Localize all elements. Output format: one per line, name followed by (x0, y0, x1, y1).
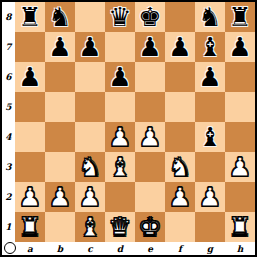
square-g7[interactable]: ♝ (195, 32, 225, 62)
square-d8[interactable]: ♛ (105, 2, 135, 32)
square-h7[interactable]: ♟ (225, 32, 255, 62)
square-e4[interactable]: ♟ (135, 122, 165, 152)
square-h3[interactable]: ♟ (225, 152, 255, 182)
piece-black-knight[interactable]: ♞ (198, 2, 221, 32)
square-a8[interactable]: ♜ (15, 2, 45, 32)
square-b3[interactable] (45, 152, 75, 182)
piece-white-rook[interactable]: ♜ (228, 212, 251, 242)
piece-white-king[interactable]: ♚ (138, 212, 161, 242)
piece-black-pawn[interactable]: ♟ (108, 62, 131, 92)
square-a4[interactable] (15, 122, 45, 152)
piece-black-knight[interactable]: ♞ (48, 2, 71, 32)
file-label-a: a (15, 242, 45, 255)
square-e5[interactable] (135, 92, 165, 122)
square-a5[interactable] (15, 92, 45, 122)
square-e6[interactable] (135, 62, 165, 92)
square-e2[interactable] (135, 182, 165, 212)
square-b5[interactable] (45, 92, 75, 122)
square-g4[interactable]: ♝ (195, 122, 225, 152)
square-h5[interactable] (225, 92, 255, 122)
piece-white-knight[interactable]: ♞ (78, 152, 101, 182)
square-a2[interactable]: ♟ (15, 182, 45, 212)
square-b1[interactable] (45, 212, 75, 242)
square-d2[interactable] (105, 182, 135, 212)
square-c6[interactable] (75, 62, 105, 92)
rank-label-8: 8 (2, 2, 15, 32)
piece-black-pawn[interactable]: ♟ (198, 62, 221, 92)
square-g8[interactable]: ♞ (195, 2, 225, 32)
piece-white-pawn[interactable]: ♟ (168, 182, 191, 212)
square-g5[interactable] (195, 92, 225, 122)
rank-label-5: 5 (2, 92, 15, 122)
square-f4[interactable] (165, 122, 195, 152)
piece-black-pawn[interactable]: ♟ (138, 32, 161, 62)
square-c3[interactable]: ♞ (75, 152, 105, 182)
square-d3[interactable]: ♝ (105, 152, 135, 182)
file-label-b: b (45, 242, 75, 255)
rank-label-2: 2 (2, 182, 15, 212)
square-c7[interactable]: ♟ (75, 32, 105, 62)
piece-white-pawn[interactable]: ♟ (78, 182, 101, 212)
piece-black-pawn[interactable]: ♟ (168, 32, 191, 62)
piece-white-pawn[interactable]: ♟ (108, 122, 131, 152)
square-b4[interactable] (45, 122, 75, 152)
square-d7[interactable] (105, 32, 135, 62)
square-e1[interactable]: ♚ (135, 212, 165, 242)
piece-white-pawn[interactable]: ♟ (18, 182, 41, 212)
square-c5[interactable] (75, 92, 105, 122)
file-label-c: c (75, 242, 105, 255)
piece-white-pawn[interactable]: ♟ (198, 182, 221, 212)
piece-black-rook[interactable]: ♜ (228, 2, 251, 32)
square-f2[interactable]: ♟ (165, 182, 195, 212)
piece-black-pawn[interactable]: ♟ (228, 32, 251, 62)
square-f7[interactable]: ♟ (165, 32, 195, 62)
rank-label-4: 4 (2, 122, 15, 152)
piece-white-pawn[interactable]: ♟ (48, 182, 71, 212)
piece-black-bishop[interactable]: ♝ (198, 32, 221, 62)
square-h4[interactable] (225, 122, 255, 152)
file-label-d: d (105, 242, 135, 255)
square-a1[interactable]: ♜ (15, 212, 45, 242)
piece-black-rook[interactable]: ♜ (18, 2, 41, 32)
piece-white-knight[interactable]: ♞ (168, 152, 191, 182)
rank-label-6: 6 (2, 62, 15, 92)
square-e3[interactable] (135, 152, 165, 182)
piece-black-pawn[interactable]: ♟ (18, 62, 41, 92)
piece-black-queen[interactable]: ♛ (108, 2, 131, 32)
square-c8[interactable] (75, 2, 105, 32)
piece-white-bishop[interactable]: ♝ (108, 152, 131, 182)
square-d4[interactable]: ♟ (105, 122, 135, 152)
square-b7[interactable]: ♟ (45, 32, 75, 62)
piece-white-rook[interactable]: ♜ (18, 212, 41, 242)
piece-black-pawn[interactable]: ♟ (48, 32, 71, 62)
square-c1[interactable]: ♝ (75, 212, 105, 242)
square-d5[interactable] (105, 92, 135, 122)
square-f5[interactable] (165, 92, 195, 122)
square-d6[interactable]: ♟ (105, 62, 135, 92)
chess-board-frame: 87654321 ♜♞♛♚♞♜♟♟♟♟♝♟♟♟♟♟♟♝♞♝♞♟♟♟♟♟♟♜♝♛♚… (0, 0, 257, 257)
square-e7[interactable]: ♟ (135, 32, 165, 62)
square-a3[interactable] (15, 152, 45, 182)
chess-board[interactable]: ♜♞♛♚♞♜♟♟♟♟♝♟♟♟♟♟♟♝♞♝♞♟♟♟♟♟♟♜♝♛♚♜ (15, 2, 255, 242)
piece-white-pawn[interactable]: ♟ (228, 152, 251, 182)
square-d1[interactable]: ♛ (105, 212, 135, 242)
square-f1[interactable] (165, 212, 195, 242)
rank-label-7: 7 (2, 32, 15, 62)
piece-white-pawn[interactable]: ♟ (138, 122, 161, 152)
square-g2[interactable]: ♟ (195, 182, 225, 212)
piece-black-bishop[interactable]: ♝ (198, 122, 221, 152)
rank-label-3: 3 (2, 152, 15, 182)
square-b8[interactable]: ♞ (45, 2, 75, 32)
file-label-e: e (135, 242, 165, 255)
square-a7[interactable] (15, 32, 45, 62)
square-h2[interactable] (225, 182, 255, 212)
white-to-move-indicator-circle (4, 242, 16, 254)
rank-label-1: 1 (2, 212, 15, 242)
square-h6[interactable] (225, 62, 255, 92)
square-f8[interactable] (165, 2, 195, 32)
square-h1[interactable]: ♜ (225, 212, 255, 242)
square-g3[interactable] (195, 152, 225, 182)
square-a6[interactable]: ♟ (15, 62, 45, 92)
square-c2[interactable]: ♟ (75, 182, 105, 212)
file-label-h: h (225, 242, 255, 255)
square-f3[interactable]: ♞ (165, 152, 195, 182)
piece-white-bishop[interactable]: ♝ (78, 212, 101, 242)
square-g1[interactable] (195, 212, 225, 242)
file-label-f: f (165, 242, 195, 255)
square-h8[interactable]: ♜ (225, 2, 255, 32)
piece-white-queen[interactable]: ♛ (108, 212, 131, 242)
square-g6[interactable]: ♟ (195, 62, 225, 92)
square-f6[interactable] (165, 62, 195, 92)
square-e8[interactable]: ♚ (135, 2, 165, 32)
file-labels: abcdefgh (15, 242, 255, 255)
piece-black-pawn[interactable]: ♟ (78, 32, 101, 62)
piece-black-king[interactable]: ♚ (138, 2, 161, 32)
square-b2[interactable]: ♟ (45, 182, 75, 212)
square-b6[interactable] (45, 62, 75, 92)
file-label-g: g (195, 242, 225, 255)
square-c4[interactable] (75, 122, 105, 152)
rank-labels: 87654321 (2, 2, 15, 242)
